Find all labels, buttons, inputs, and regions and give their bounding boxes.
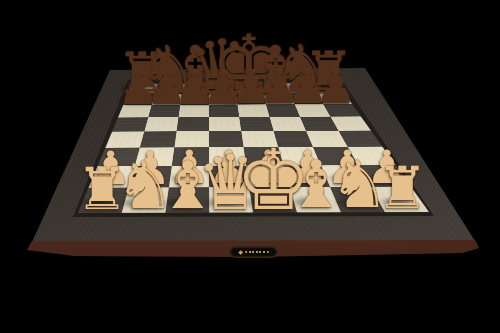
piece-white-rook[interactable]: ♜ <box>376 159 428 217</box>
square-b5[interactable] <box>144 117 178 131</box>
square-c5[interactable] <box>177 117 209 131</box>
chessboard-scene: ◆ ♜♞♝♛♚♝♞♜♟♟♟♟♟♟♟♟♟♟♟♟♟♟♟♟♜♞♝♛♚♝♞♜ <box>0 0 500 333</box>
square-a5[interactable] <box>112 117 148 131</box>
brand-plaque: ◆ <box>230 247 277 257</box>
brand-text-illegible <box>245 251 269 254</box>
square-e5[interactable] <box>239 117 273 131</box>
piece-black-pawn[interactable]: ♟ <box>315 64 356 110</box>
square-d5[interactable] <box>209 117 241 131</box>
brand-logo-icon: ◆ <box>238 249 243 255</box>
